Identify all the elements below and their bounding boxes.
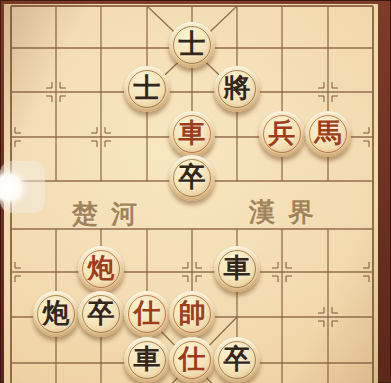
floating-overlay-button[interactable] <box>0 161 45 213</box>
xiangqi-board-screen: 楚河 漢界 士士將車兵馬卒炮車炮卒仕帥車仕卒 <box>0 0 391 383</box>
piece-glyph: 士 <box>179 26 206 62</box>
piece-red-advisor[interactable]: 仕 <box>124 291 170 337</box>
piece-glyph: 仕 <box>179 341 206 377</box>
river-label-right: 漢界 <box>249 195 327 230</box>
piece-red-horse[interactable]: 馬 <box>305 111 351 157</box>
piece-glyph: 卒 <box>179 159 206 195</box>
piece-red-advisor[interactable]: 仕 <box>169 337 215 383</box>
piece-glyph: 卒 <box>88 295 115 331</box>
piece-glyph: 卒 <box>224 341 251 377</box>
piece-glyph: 車 <box>224 250 251 286</box>
piece-black-cannon[interactable]: 炮 <box>33 291 79 337</box>
floating-circle-icon <box>0 172 24 203</box>
river-label-left: 楚河 <box>72 197 150 232</box>
piece-glyph: 炮 <box>43 295 70 331</box>
piece-red-soldier[interactable]: 兵 <box>259 111 305 157</box>
piece-glyph: 炮 <box>88 250 115 286</box>
piece-black-soldier[interactable]: 卒 <box>78 291 124 337</box>
piece-black-advisor[interactable]: 士 <box>169 22 215 68</box>
piece-glyph: 士 <box>134 70 161 106</box>
piece-black-soldier[interactable]: 卒 <box>169 155 215 201</box>
piece-black-chariot[interactable]: 車 <box>214 246 260 292</box>
piece-glyph: 兵 <box>269 115 296 151</box>
piece-black-general[interactable]: 將 <box>214 66 260 112</box>
piece-red-chariot[interactable]: 車 <box>169 111 215 157</box>
piece-glyph: 車 <box>134 341 161 377</box>
piece-glyph: 帥 <box>179 295 206 331</box>
piece-glyph: 仕 <box>134 295 161 331</box>
piece-black-chariot[interactable]: 車 <box>124 337 170 383</box>
piece-red-cannon[interactable]: 炮 <box>78 246 124 292</box>
piece-black-soldier[interactable]: 卒 <box>214 337 260 383</box>
piece-glyph: 將 <box>224 70 251 106</box>
piece-black-advisor[interactable]: 士 <box>124 66 170 112</box>
piece-glyph: 車 <box>179 115 206 151</box>
piece-red-general[interactable]: 帥 <box>169 291 215 337</box>
piece-glyph: 馬 <box>315 115 342 151</box>
